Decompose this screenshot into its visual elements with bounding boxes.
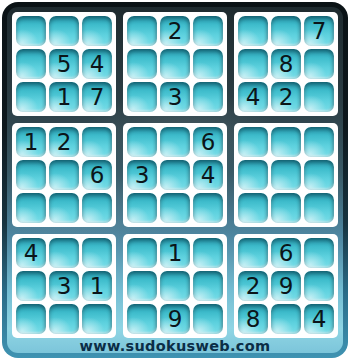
sudoku-cell-r7c6[interactable] <box>193 238 223 268</box>
sudoku-cell-r6c4[interactable] <box>127 193 157 223</box>
sudoku-cell-r5c4[interactable]: 3 <box>127 160 157 190</box>
sudoku-cell-r8c9[interactable] <box>304 271 334 301</box>
website-url: www.sudokusweb.com <box>7 338 343 353</box>
sudoku-cell-r7c4[interactable] <box>127 238 157 268</box>
sudoku-cell-r2c9[interactable] <box>304 49 334 79</box>
sudoku-cell-r1c1[interactable] <box>16 16 46 46</box>
sudoku-cell-r1c7[interactable] <box>238 16 268 46</box>
sudoku-cell-r8c8[interactable]: 9 <box>271 271 301 301</box>
sudoku-cell-r7c5[interactable]: 1 <box>160 238 190 268</box>
sudoku-cell-r6c9[interactable] <box>304 193 334 223</box>
sudoku-box-2-1: 19 <box>123 234 227 338</box>
sudoku-cell-r3c1[interactable] <box>16 82 46 112</box>
sudoku-cell-r6c8[interactable] <box>271 193 301 223</box>
sudoku-cell-r8c6[interactable] <box>193 271 223 301</box>
sudoku-cell-r4c5[interactable] <box>160 127 190 157</box>
sudoku-cell-r8c3[interactable]: 1 <box>82 271 112 301</box>
sudoku-cell-r3c9[interactable] <box>304 82 334 112</box>
sudoku-cell-r8c7[interactable]: 2 <box>238 271 268 301</box>
sudoku-cell-r3c2[interactable]: 1 <box>49 82 79 112</box>
sudoku-cell-r8c1[interactable] <box>16 271 46 301</box>
sudoku-box-2-0: 431 <box>12 234 116 338</box>
sudoku-cell-r5c8[interactable] <box>271 160 301 190</box>
sudoku-cell-r6c3[interactable] <box>82 193 112 223</box>
sudoku-cell-r5c7[interactable] <box>238 160 268 190</box>
sudoku-cell-r3c7[interactable]: 4 <box>238 82 268 112</box>
sudoku-box-0-1: 23 <box>123 12 227 116</box>
sudoku-cell-r6c5[interactable] <box>160 193 190 223</box>
sudoku-cell-r1c2[interactable] <box>49 16 79 46</box>
sudoku-cell-r2c1[interactable] <box>16 49 46 79</box>
sudoku-cell-r9c5[interactable]: 9 <box>160 304 190 334</box>
sudoku-cell-r5c5[interactable] <box>160 160 190 190</box>
sudoku-cell-r6c6[interactable] <box>193 193 223 223</box>
sudoku-cell-r7c3[interactable] <box>82 238 112 268</box>
sudoku-cell-r4c2[interactable]: 2 <box>49 127 79 157</box>
sudoku-cell-r3c6[interactable] <box>193 82 223 112</box>
sudoku-cell-r5c1[interactable] <box>16 160 46 190</box>
sudoku-cell-r5c6[interactable]: 4 <box>193 160 223 190</box>
sudoku-cell-r2c3[interactable]: 4 <box>82 49 112 79</box>
sudoku-cell-r2c6[interactable] <box>193 49 223 79</box>
sudoku-cell-r2c7[interactable] <box>238 49 268 79</box>
sudoku-cell-r8c4[interactable] <box>127 271 157 301</box>
sudoku-cell-r9c9[interactable]: 4 <box>304 304 334 334</box>
sudoku-cell-r9c3[interactable] <box>82 304 112 334</box>
sudoku-cell-r3c8[interactable]: 2 <box>271 82 301 112</box>
sudoku-box-1-0: 126 <box>12 123 116 227</box>
sudoku-cell-r4c3[interactable] <box>82 127 112 157</box>
sudoku-cell-r9c8[interactable] <box>271 304 301 334</box>
sudoku-cell-r3c3[interactable]: 7 <box>82 82 112 112</box>
sudoku-plaque: 54172378421266344311962984 www.sudokuswe… <box>2 2 348 358</box>
sudoku-box-2-2: 62984 <box>234 234 338 338</box>
sudoku-cell-r2c8[interactable]: 8 <box>271 49 301 79</box>
sudoku-cell-r7c1[interactable]: 4 <box>16 238 46 268</box>
sudoku-cell-r3c5[interactable]: 3 <box>160 82 190 112</box>
sudoku-cell-r6c7[interactable] <box>238 193 268 223</box>
sudoku-cell-r1c5[interactable]: 2 <box>160 16 190 46</box>
sudoku-cell-r2c4[interactable] <box>127 49 157 79</box>
sudoku-cell-r4c6[interactable]: 6 <box>193 127 223 157</box>
sudoku-cell-r8c2[interactable]: 3 <box>49 271 79 301</box>
sudoku-box-1-1: 634 <box>123 123 227 227</box>
sudoku-cell-r7c8[interactable]: 6 <box>271 238 301 268</box>
sudoku-box-0-2: 7842 <box>234 12 338 116</box>
sudoku-cell-r8c5[interactable] <box>160 271 190 301</box>
plaque-inner: 54172378421266344311962984 www.sudokuswe… <box>7 7 343 353</box>
sudoku-cell-r5c3[interactable]: 6 <box>82 160 112 190</box>
sudoku-box-1-2 <box>234 123 338 227</box>
sudoku-cell-r9c7[interactable]: 8 <box>238 304 268 334</box>
sudoku-cell-r6c1[interactable] <box>16 193 46 223</box>
sudoku-board: 54172378421266344311962984 <box>12 12 338 338</box>
sudoku-cell-r1c3[interactable] <box>82 16 112 46</box>
sudoku-cell-r2c5[interactable] <box>160 49 190 79</box>
sudoku-cell-r6c2[interactable] <box>49 193 79 223</box>
sudoku-cell-r5c2[interactable] <box>49 160 79 190</box>
sudoku-cell-r4c9[interactable] <box>304 127 334 157</box>
sudoku-box-0-0: 5417 <box>12 12 116 116</box>
sudoku-cell-r1c6[interactable] <box>193 16 223 46</box>
sudoku-cell-r2c2[interactable]: 5 <box>49 49 79 79</box>
sudoku-cell-r1c4[interactable] <box>127 16 157 46</box>
sudoku-cell-r4c1[interactable]: 1 <box>16 127 46 157</box>
sudoku-cell-r9c4[interactable] <box>127 304 157 334</box>
sudoku-cell-r5c9[interactable] <box>304 160 334 190</box>
sudoku-cell-r9c6[interactable] <box>193 304 223 334</box>
sudoku-cell-r9c2[interactable] <box>49 304 79 334</box>
sudoku-cell-r3c4[interactable] <box>127 82 157 112</box>
sudoku-cell-r9c1[interactable] <box>16 304 46 334</box>
sudoku-cell-r7c9[interactable] <box>304 238 334 268</box>
sudoku-cell-r1c8[interactable] <box>271 16 301 46</box>
sudoku-cell-r4c4[interactable] <box>127 127 157 157</box>
sudoku-cell-r7c2[interactable] <box>49 238 79 268</box>
sudoku-cell-r4c7[interactable] <box>238 127 268 157</box>
sudoku-cell-r7c7[interactable] <box>238 238 268 268</box>
sudoku-cell-r4c8[interactable] <box>271 127 301 157</box>
sudoku-cell-r1c9[interactable]: 7 <box>304 16 334 46</box>
